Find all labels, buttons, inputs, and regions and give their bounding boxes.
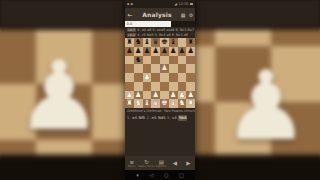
square-d5[interactable]: [151, 64, 160, 73]
nav-icon[interactable]: ◁: [149, 173, 153, 178]
piece-black-pawn: ♟: [187, 47, 194, 56]
background-blur-left: ♟: [0, 0, 125, 180]
background-shade: [0, 150, 125, 180]
square-f7[interactable]: ♟: [169, 47, 178, 56]
background-shade: [195, 150, 320, 180]
square-h5[interactable]: [186, 64, 195, 73]
piece-white-knight: ♞: [135, 99, 142, 108]
square-d1[interactable]: ♛: [151, 99, 160, 108]
engine-line-moves: 4. d4 d6 5. exd6 exd6 6. Nc3 Be7: [137, 28, 193, 32]
piece-black-knight: ♞: [135, 56, 142, 65]
square-b4[interactable]: [134, 73, 143, 82]
evaluation-value: 0.0: [127, 22, 133, 26]
square-a1[interactable]: ♜: [125, 99, 134, 108]
system-nav-bar: ▾◁○□: [125, 170, 195, 180]
piece-white-bishop: ♝: [143, 99, 150, 108]
action-icon: ▶: [186, 160, 190, 166]
square-b5[interactable]: [134, 64, 143, 73]
screenshot-frame: ♟ ♟ ▪ ▪ ◢ 12:30 ← Analysis ▦ ⚙ 0.0: [0, 0, 320, 180]
move[interactable]: Nf6: [138, 115, 145, 121]
move[interactable]: e4: [132, 115, 137, 121]
square-f5[interactable]: [169, 64, 178, 73]
current-move[interactable]: Nb6: [178, 115, 187, 121]
action-label: Game menu: [139, 165, 155, 168]
background-shade: [0, 0, 125, 34]
square-f4[interactable]: [169, 73, 178, 82]
move-number: 3.: [167, 115, 171, 121]
app-header: ← Analysis ▦ ⚙: [125, 8, 195, 21]
game-menu-button[interactable]: ↻Game menu: [139, 156, 155, 170]
nav-arrow-button[interactable]: ▶: [182, 156, 196, 170]
square-f1[interactable]: ♝: [169, 99, 178, 108]
square-f6[interactable]: [169, 56, 178, 65]
back-arrow-icon[interactable]: ←: [125, 11, 135, 18]
piece-white-pawn: ♟: [161, 64, 168, 73]
page-title: Analysis: [135, 11, 179, 18]
background-shade: [195, 0, 320, 34]
piece-black-pawn: ♟: [178, 47, 185, 56]
piece-white-rook: ♜: [187, 99, 194, 108]
square-g6[interactable]: [178, 56, 187, 65]
square-d4[interactable]: [151, 73, 160, 82]
piece-white-rook: ♜: [126, 99, 133, 108]
explorer-button[interactable]: ▤Explorer: [154, 156, 168, 170]
square-c1[interactable]: ♝: [143, 99, 152, 108]
move-list: 1.e4Nf62.e5Nd53.c4Nb6: [125, 115, 195, 128]
move-number: 2.: [146, 115, 150, 121]
square-e1[interactable]: ♚: [160, 99, 169, 108]
action-label: Explorer: [156, 165, 167, 168]
analysis-app: ▪ ▪ ◢ 12:30 ← Analysis ▦ ⚙ 0.0 +0.3 4. d…: [125, 0, 195, 180]
square-c3[interactable]: [143, 82, 152, 91]
square-a4[interactable]: [125, 73, 134, 82]
square-e5[interactable]: ♟: [160, 64, 169, 73]
opening-name: Alekhine's Defense: Two Pawns Attack: [125, 108, 195, 115]
move-number: 1.: [127, 115, 131, 121]
engine-eval-badge: +0.3: [127, 28, 136, 32]
action-label: Menu: [128, 165, 135, 168]
square-c6[interactable]: [143, 56, 152, 65]
move[interactable]: c4: [172, 115, 177, 121]
square-e7[interactable]: ♟: [160, 47, 169, 56]
nav-icon[interactable]: ○: [164, 173, 168, 178]
piece-white-queen: ♛: [152, 99, 159, 108]
square-c4[interactable]: ♟: [143, 73, 152, 82]
square-b6[interactable]: ♞: [134, 56, 143, 65]
piece-black-pawn: ♟: [161, 47, 168, 56]
gear-icon[interactable]: ⚙: [187, 12, 195, 18]
square-g5[interactable]: [178, 64, 187, 73]
square-d6[interactable]: [151, 56, 160, 65]
square-h6[interactable]: [186, 56, 195, 65]
background-blur-right: ♟: [195, 0, 320, 180]
piece-black-pawn: ♟: [152, 47, 159, 56]
piece-black-pawn: ♟: [126, 47, 133, 56]
piece-white-king: ♚: [161, 99, 168, 108]
square-h1[interactable]: ♜: [186, 99, 195, 108]
menu-button[interactable]: ≡Menu: [125, 156, 139, 170]
square-e3[interactable]: [160, 82, 169, 91]
square-g4[interactable]: [178, 73, 187, 82]
notification-icons: ▪ ▪: [127, 2, 133, 6]
square-e4[interactable]: [160, 73, 169, 82]
piece-white-bishop: ♝: [170, 99, 177, 108]
battery-icon: [190, 3, 193, 6]
square-a5[interactable]: [125, 64, 134, 73]
square-c7[interactable]: ♟: [143, 47, 152, 56]
square-h4[interactable]: [186, 73, 195, 82]
piece-white-pawn: ♟: [143, 73, 150, 82]
move[interactable]: e5: [152, 115, 157, 121]
piece-black-pawn: ♟: [170, 47, 177, 56]
background-pawn-icon: ♟: [223, 58, 309, 154]
piece-white-knight: ♞: [178, 99, 185, 108]
background-pawn-icon: ♟: [16, 48, 102, 144]
signal-icon: ◢: [174, 2, 177, 6]
nav-icon[interactable]: □: [179, 173, 184, 178]
square-g1[interactable]: ♞: [178, 99, 187, 108]
square-d7[interactable]: ♟: [151, 47, 160, 56]
chess-board: ♜♞♝♛♚♝♜♟♟♟♟♟♟♟♟♞♟♟♟♟♟♟♟♟♜♞♝♛♚♝♞♜: [125, 38, 195, 108]
nav-arrow-button[interactable]: ◀: [168, 156, 182, 170]
square-g7[interactable]: ♟: [178, 47, 187, 56]
square-b1[interactable]: ♞: [134, 99, 143, 108]
status-bar: ▪ ▪ ◢ 12:30: [125, 0, 195, 8]
move[interactable]: Nd5: [158, 115, 166, 121]
board-settings-icon[interactable]: ▦: [179, 12, 187, 18]
action-bar: ≡Menu↻Game menu▤Explorer◀▶: [125, 156, 195, 170]
action-icon: ◀: [173, 160, 177, 166]
clock-text: 12:30: [178, 2, 188, 6]
nav-icon[interactable]: ▾: [136, 173, 139, 178]
square-a6[interactable]: [125, 56, 134, 65]
piece-black-pawn: ♟: [143, 47, 150, 56]
square-a7[interactable]: ♟: [125, 47, 134, 56]
square-h7[interactable]: ♟: [186, 47, 195, 56]
